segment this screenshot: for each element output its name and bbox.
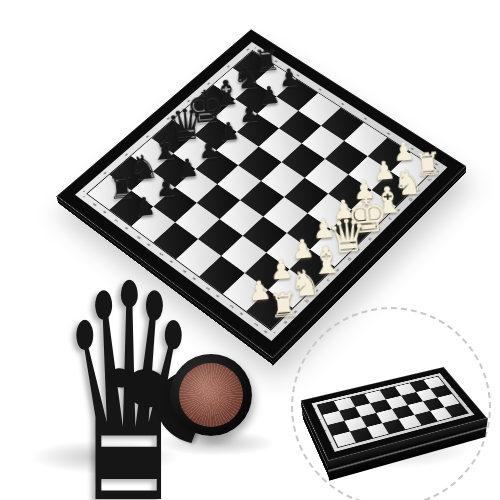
- magnet-base: [170, 354, 252, 436]
- folded-board-box: [301, 367, 487, 461]
- folded-board-inset: [291, 307, 491, 500]
- magnet-felt-pad: [179, 363, 243, 427]
- lying-piece-detail: ♟: [86, 318, 286, 488]
- folded-board-scene: [303, 327, 481, 487]
- product-photo: abcdefgh 87654321 ♜♞♝♛♚♝♞♜♟♟♟♟♟♟♟♟♟♟♟♟♟♟…: [0, 0, 500, 500]
